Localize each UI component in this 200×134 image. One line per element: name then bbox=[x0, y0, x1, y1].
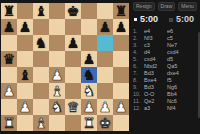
black-move: f5 bbox=[167, 77, 197, 84]
square-g7[interactable]: ♟ bbox=[97, 19, 113, 35]
square-c6[interactable]: ♞ bbox=[33, 35, 49, 51]
move-row: 12.a3Nf4 bbox=[133, 105, 197, 112]
square-a8[interactable]: ♜ bbox=[1, 3, 17, 19]
black-clock-group: 5:00 bbox=[169, 15, 194, 24]
move-number: 1. bbox=[133, 28, 144, 35]
square-c2[interactable] bbox=[33, 99, 49, 115]
move-row: 10.O-OBb4 bbox=[133, 91, 197, 98]
move-list: 1.e4e62.Nf3c53.c3Ne74.d4cxd45.cxd4d56.Nb… bbox=[133, 28, 197, 112]
square-f4[interactable]: ♞ bbox=[81, 67, 97, 83]
move-number: 10. bbox=[133, 91, 144, 98]
square-h4[interactable] bbox=[113, 67, 129, 83]
white-move: c3 bbox=[144, 42, 167, 49]
black-move: Ne7 bbox=[167, 42, 197, 49]
square-b6[interactable] bbox=[17, 35, 33, 51]
move-row: 3.c3Ne7 bbox=[133, 42, 197, 49]
white-knight-piece: ♞ bbox=[51, 99, 64, 115]
white-pawn-piece: ♟ bbox=[83, 99, 96, 115]
white-pawn-piece: ♟ bbox=[51, 67, 64, 83]
white-player-icon bbox=[134, 18, 137, 21]
square-f7[interactable] bbox=[81, 19, 97, 35]
white-bishop-piece: ♝ bbox=[35, 115, 48, 131]
white-bishop-piece: ♝ bbox=[51, 83, 64, 99]
square-b3[interactable] bbox=[17, 83, 33, 99]
square-h8[interactable]: ♜ bbox=[113, 3, 129, 19]
square-a5[interactable]: ♛ bbox=[1, 51, 17, 67]
move-row: 8.Bxe4f5 bbox=[133, 77, 197, 84]
square-f2[interactable]: ♟ bbox=[81, 99, 97, 115]
white-king-piece: ♚ bbox=[99, 115, 112, 131]
resign-button[interactable]: Resign bbox=[133, 2, 155, 11]
square-f6[interactable] bbox=[81, 35, 97, 51]
black-knight-piece: ♞ bbox=[35, 35, 48, 51]
black-pawn-piece: ♟ bbox=[115, 19, 128, 35]
white-move: Qe2 bbox=[144, 98, 167, 105]
black-move: Bb4 bbox=[167, 91, 197, 98]
square-b7[interactable]: ♟ bbox=[17, 19, 33, 35]
white-rook-piece: ♜ bbox=[83, 115, 96, 131]
square-d1[interactable] bbox=[49, 115, 65, 131]
square-d3[interactable]: ♝ bbox=[49, 83, 65, 99]
square-a3[interactable]: ♟ bbox=[1, 83, 17, 99]
black-move: Ng6 bbox=[167, 84, 197, 91]
draw-button[interactable]: Draw bbox=[158, 2, 176, 11]
white-move: Nf3 bbox=[144, 35, 167, 42]
black-move: c5 bbox=[167, 35, 197, 42]
move-row: 7.Bd3dxe4 bbox=[133, 70, 197, 77]
white-pawn-piece: ♟ bbox=[19, 99, 32, 115]
square-d6[interactable] bbox=[49, 35, 65, 51]
square-g4[interactable] bbox=[97, 67, 113, 83]
black-move: dxe4 bbox=[167, 70, 197, 77]
black-rook-piece: ♜ bbox=[115, 3, 128, 19]
clock-row: 5:00 5:00 bbox=[134, 15, 197, 24]
white-move: Bd3 bbox=[144, 70, 167, 77]
move-number: 4. bbox=[133, 49, 144, 56]
square-c3[interactable] bbox=[33, 83, 49, 99]
black-pawn-piece: ♟ bbox=[3, 19, 16, 35]
square-g8[interactable] bbox=[97, 3, 113, 19]
square-b4[interactable]: ♝ bbox=[17, 67, 33, 83]
black-pawn-piece: ♟ bbox=[19, 19, 32, 35]
square-h5[interactable] bbox=[113, 51, 129, 67]
black-rook-piece: ♜ bbox=[3, 3, 16, 19]
black-pawn-piece: ♟ bbox=[83, 51, 96, 67]
move-number: 5. bbox=[133, 56, 144, 63]
square-f5[interactable]: ♟ bbox=[81, 51, 97, 67]
square-e6[interactable]: ♟ bbox=[65, 35, 81, 51]
move-number: 6. bbox=[133, 63, 144, 70]
square-c4[interactable] bbox=[33, 67, 49, 83]
white-move: d4 bbox=[144, 49, 167, 56]
black-bishop-piece: ♝ bbox=[19, 67, 32, 83]
white-knight-piece: ♞ bbox=[83, 83, 96, 99]
move-number: 8. bbox=[133, 77, 144, 84]
black-move: d5 bbox=[167, 56, 197, 63]
move-row: 2.Nf3c5 bbox=[133, 35, 197, 42]
move-row: 11.Qe2Nc6 bbox=[133, 98, 197, 105]
white-pawn-piece: ♟ bbox=[3, 83, 16, 99]
square-h1[interactable] bbox=[113, 115, 129, 131]
white-clock-group: 5:00 bbox=[134, 15, 158, 24]
square-d7[interactable] bbox=[49, 19, 65, 35]
black-knight-piece: ♞ bbox=[83, 67, 96, 83]
white-move: e4 bbox=[144, 28, 167, 35]
move-row: 4.d4cxd4 bbox=[133, 49, 197, 56]
move-number: 2. bbox=[133, 35, 144, 42]
square-a4[interactable] bbox=[1, 67, 17, 83]
square-b8[interactable] bbox=[17, 3, 33, 19]
square-g6[interactable] bbox=[97, 35, 113, 51]
square-g5[interactable] bbox=[97, 51, 113, 67]
black-clock: 5:00 bbox=[176, 15, 194, 24]
square-e3[interactable] bbox=[65, 83, 81, 99]
black-move: Nc6 bbox=[167, 98, 197, 105]
menu-button[interactable]: Menu bbox=[178, 2, 197, 11]
move-number: 7. bbox=[133, 70, 144, 77]
black-player-icon bbox=[169, 18, 173, 22]
square-f8[interactable] bbox=[81, 3, 97, 19]
white-move: a3 bbox=[144, 105, 167, 112]
chess-board: ♜♝♚♜♟♟♟♟♞♟♛♟♝♟♞♟♝♞♟♞♛♟♟♟♜♝♜♚ bbox=[1, 3, 129, 131]
square-b1[interactable] bbox=[17, 115, 33, 131]
square-e7[interactable] bbox=[65, 19, 81, 35]
square-f3[interactable]: ♞ bbox=[81, 83, 97, 99]
square-c1[interactable]: ♝ bbox=[33, 115, 49, 131]
chess-app-window: ♜♝♚♜♟♟♟♟♞♟♛♟♝♟♞♟♝♞♟♞♛♟♟♟♜♝♜♚ Resign Draw… bbox=[0, 0, 200, 134]
white-pawn-piece: ♟ bbox=[115, 99, 128, 115]
square-b5[interactable] bbox=[17, 51, 33, 67]
square-e4[interactable] bbox=[65, 67, 81, 83]
square-h7[interactable]: ♟ bbox=[113, 19, 129, 35]
square-f1[interactable]: ♜ bbox=[81, 115, 97, 131]
square-d5[interactable] bbox=[49, 51, 65, 67]
square-c5[interactable] bbox=[33, 51, 49, 67]
move-number: 3. bbox=[133, 42, 144, 49]
square-g2[interactable]: ♟ bbox=[97, 99, 113, 115]
square-g1[interactable]: ♚ bbox=[97, 115, 113, 131]
square-d8[interactable] bbox=[49, 3, 65, 19]
square-a6[interactable] bbox=[1, 35, 17, 51]
black-move: Qa5 bbox=[167, 63, 197, 70]
white-rook-piece: ♜ bbox=[3, 115, 16, 131]
black-pawn-piece: ♟ bbox=[67, 35, 80, 51]
square-h3[interactable] bbox=[113, 83, 129, 99]
black-king-piece: ♚ bbox=[67, 3, 80, 19]
move-row: 6.Nbd2Qa5 bbox=[133, 63, 197, 70]
move-list-scrollbar[interactable] bbox=[198, 32, 200, 118]
square-a7[interactable]: ♟ bbox=[1, 19, 17, 35]
square-h2[interactable]: ♟ bbox=[113, 99, 129, 115]
move-number: 9. bbox=[133, 84, 144, 91]
square-d4[interactable]: ♟ bbox=[49, 67, 65, 83]
side-panel: Resign Draw Menu 5:00 5:00 1.e4e62.Nf3c5… bbox=[129, 0, 200, 134]
white-pawn-piece: ♟ bbox=[99, 99, 112, 115]
square-c7[interactable] bbox=[33, 19, 49, 35]
action-button-row: Resign Draw Menu bbox=[133, 2, 197, 11]
move-row: 5.cxd4d5 bbox=[133, 56, 197, 63]
square-a2[interactable] bbox=[1, 99, 17, 115]
move-number: 11. bbox=[133, 98, 144, 105]
black-queen-piece: ♛ bbox=[3, 51, 16, 67]
black-bishop-piece: ♝ bbox=[35, 3, 48, 19]
white-move: cxd4 bbox=[144, 56, 167, 63]
black-pawn-piece: ♟ bbox=[99, 19, 112, 35]
move-row: 1.e4e6 bbox=[133, 28, 197, 35]
black-move: cxd4 bbox=[167, 49, 197, 56]
square-e8[interactable]: ♚ bbox=[65, 3, 81, 19]
black-move: e6 bbox=[167, 28, 197, 35]
square-c8[interactable]: ♝ bbox=[33, 3, 49, 19]
white-move: O-O bbox=[144, 91, 167, 98]
square-a1[interactable]: ♜ bbox=[1, 115, 17, 131]
board-area: ♜♝♚♜♟♟♟♟♞♟♛♟♝♟♞♟♝♞♟♞♛♟♟♟♜♝♜♚ bbox=[0, 0, 129, 134]
square-h6[interactable] bbox=[113, 35, 129, 51]
white-clock: 5:00 bbox=[140, 15, 158, 24]
white-move: Bxe4 bbox=[144, 77, 167, 84]
white-move: Bd3 bbox=[144, 84, 167, 91]
black-move: Nf4 bbox=[167, 105, 197, 112]
white-queen-piece: ♛ bbox=[67, 99, 80, 115]
square-e2[interactable]: ♛ bbox=[65, 99, 81, 115]
square-e5[interactable] bbox=[65, 51, 81, 67]
white-move: Nbd2 bbox=[144, 63, 167, 70]
square-d2[interactable]: ♞ bbox=[49, 99, 65, 115]
move-row: 9.Bd3Ng6 bbox=[133, 84, 197, 91]
square-b2[interactable]: ♟ bbox=[17, 99, 33, 115]
square-e1[interactable] bbox=[65, 115, 81, 131]
move-number: 12. bbox=[133, 105, 144, 112]
square-g3[interactable] bbox=[97, 83, 113, 99]
